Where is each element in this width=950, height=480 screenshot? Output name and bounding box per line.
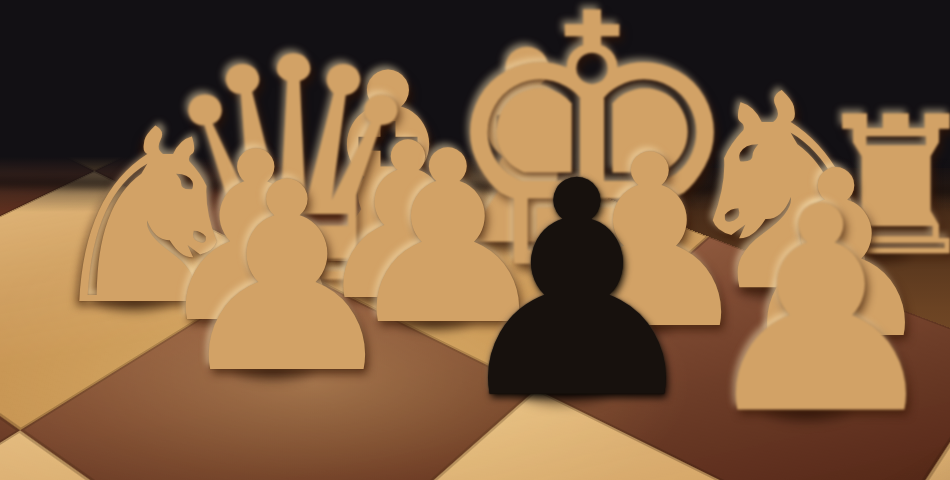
- piece-layer: ♝♜♝♚♛♞♟♞♟♟♟♟♟♟♟: [0, 0, 950, 480]
- black-pawn-e4[interactable]: ♟: [444, 143, 710, 440]
- white-pawn-h4[interactable]: ♟: [694, 169, 949, 453]
- chess-photo-scene: ♝♜♝♚♛♞♟♞♟♟♟♟♟♟♟: [0, 0, 950, 480]
- white-pawn-c4[interactable]: ♟: [170, 149, 404, 410]
